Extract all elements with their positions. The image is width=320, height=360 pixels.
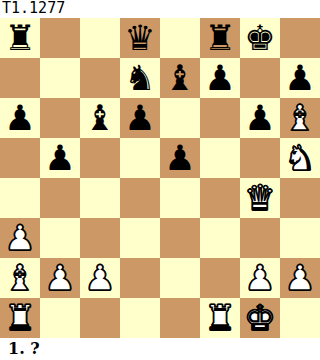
piece-black-bishop[interactable]: ♝ xyxy=(164,58,195,98)
square-g6[interactable]: ♟ xyxy=(240,98,280,138)
square-g7[interactable] xyxy=(240,58,280,98)
square-h5[interactable]: ♞ xyxy=(280,138,320,178)
square-h7[interactable]: ♟ xyxy=(280,58,320,98)
piece-black-pawn[interactable]: ♟ xyxy=(284,58,315,98)
piece-white-bishop[interactable]: ♝ xyxy=(4,258,35,298)
square-f8[interactable]: ♜ xyxy=(200,18,240,58)
square-a5[interactable] xyxy=(0,138,40,178)
square-g2[interactable]: ♟ xyxy=(240,258,280,298)
square-h1[interactable] xyxy=(280,298,320,338)
square-c7[interactable] xyxy=(80,58,120,98)
square-e7[interactable]: ♝ xyxy=(160,58,200,98)
piece-black-rook[interactable]: ♜ xyxy=(4,18,35,58)
square-d5[interactable] xyxy=(120,138,160,178)
square-b1[interactable] xyxy=(40,298,80,338)
square-d1[interactable] xyxy=(120,298,160,338)
square-c2[interactable]: ♟ xyxy=(80,258,120,298)
square-d6[interactable]: ♟ xyxy=(120,98,160,138)
square-h8[interactable] xyxy=(280,18,320,58)
square-e1[interactable] xyxy=(160,298,200,338)
square-e2[interactable] xyxy=(160,258,200,298)
square-c4[interactable] xyxy=(80,178,120,218)
piece-black-queen[interactable]: ♛ xyxy=(124,18,155,58)
piece-white-pawn[interactable]: ♟ xyxy=(44,258,75,298)
square-e8[interactable] xyxy=(160,18,200,58)
piece-black-king[interactable]: ♚ xyxy=(244,18,275,58)
chess-board: ♜♛♜♚♞♝♟♟♟♝♟♟♝♟♟♞♛♟♝♟♟♟♟♜♜♚ xyxy=(0,18,320,338)
square-b2[interactable]: ♟ xyxy=(40,258,80,298)
square-g4[interactable]: ♛ xyxy=(240,178,280,218)
square-d2[interactable] xyxy=(120,258,160,298)
square-d8[interactable]: ♛ xyxy=(120,18,160,58)
piece-black-rook[interactable]: ♜ xyxy=(204,18,235,58)
square-b7[interactable] xyxy=(40,58,80,98)
square-b5[interactable]: ♟ xyxy=(40,138,80,178)
square-a7[interactable] xyxy=(0,58,40,98)
piece-black-pawn[interactable]: ♟ xyxy=(44,138,75,178)
square-c3[interactable] xyxy=(80,218,120,258)
square-c5[interactable] xyxy=(80,138,120,178)
square-c1[interactable] xyxy=(80,298,120,338)
piece-black-knight[interactable]: ♞ xyxy=(124,58,155,98)
square-f7[interactable]: ♟ xyxy=(200,58,240,98)
square-f1[interactable]: ♜ xyxy=(200,298,240,338)
piece-black-pawn[interactable]: ♟ xyxy=(244,98,275,138)
chess-puzzle-app: T1.1277 ♜♛♜♚♞♝♟♟♟♝♟♟♝♟♟♞♛♟♝♟♟♟♟♜♜♚ 1. ? xyxy=(0,0,320,360)
square-g1[interactable]: ♚ xyxy=(240,298,280,338)
square-b8[interactable] xyxy=(40,18,80,58)
square-g3[interactable] xyxy=(240,218,280,258)
square-f5[interactable] xyxy=(200,138,240,178)
square-a4[interactable] xyxy=(0,178,40,218)
piece-white-rook[interactable]: ♜ xyxy=(204,298,235,338)
piece-black-pawn[interactable]: ♟ xyxy=(124,98,155,138)
piece-black-bishop[interactable]: ♝ xyxy=(84,98,115,138)
square-e4[interactable] xyxy=(160,178,200,218)
piece-white-pawn[interactable]: ♟ xyxy=(244,258,275,298)
square-b6[interactable] xyxy=(40,98,80,138)
move-prompt: 1. ? xyxy=(0,338,320,360)
square-b3[interactable] xyxy=(40,218,80,258)
square-e5[interactable]: ♟ xyxy=(160,138,200,178)
square-f6[interactable] xyxy=(200,98,240,138)
square-c6[interactable]: ♝ xyxy=(80,98,120,138)
piece-white-pawn[interactable]: ♟ xyxy=(4,218,35,258)
square-f2[interactable] xyxy=(200,258,240,298)
square-g5[interactable] xyxy=(240,138,280,178)
square-e3[interactable] xyxy=(160,218,200,258)
square-h6[interactable]: ♝ xyxy=(280,98,320,138)
piece-white-rook[interactable]: ♜ xyxy=(4,298,35,338)
square-h3[interactable] xyxy=(280,218,320,258)
piece-white-pawn[interactable]: ♟ xyxy=(84,258,115,298)
square-a2[interactable]: ♝ xyxy=(0,258,40,298)
square-a3[interactable]: ♟ xyxy=(0,218,40,258)
piece-white-pawn[interactable]: ♟ xyxy=(284,258,315,298)
piece-white-queen[interactable]: ♛ xyxy=(244,178,275,218)
piece-black-pawn[interactable]: ♟ xyxy=(164,138,195,178)
piece-white-knight[interactable]: ♞ xyxy=(284,138,315,178)
square-f3[interactable] xyxy=(200,218,240,258)
square-b4[interactable] xyxy=(40,178,80,218)
square-g8[interactable]: ♚ xyxy=(240,18,280,58)
piece-white-king[interactable]: ♚ xyxy=(244,298,275,338)
square-h2[interactable]: ♟ xyxy=(280,258,320,298)
piece-black-pawn[interactable]: ♟ xyxy=(204,58,235,98)
square-d4[interactable] xyxy=(120,178,160,218)
square-f4[interactable] xyxy=(200,178,240,218)
square-a1[interactable]: ♜ xyxy=(0,298,40,338)
square-h4[interactable] xyxy=(280,178,320,218)
square-c8[interactable] xyxy=(80,18,120,58)
square-e6[interactable] xyxy=(160,98,200,138)
square-a8[interactable]: ♜ xyxy=(0,18,40,58)
square-d3[interactable] xyxy=(120,218,160,258)
piece-black-pawn[interactable]: ♟ xyxy=(4,98,35,138)
square-a6[interactable]: ♟ xyxy=(0,98,40,138)
piece-white-bishop[interactable]: ♝ xyxy=(284,98,315,138)
square-d7[interactable]: ♞ xyxy=(120,58,160,98)
puzzle-title: T1.1277 xyxy=(0,0,320,18)
